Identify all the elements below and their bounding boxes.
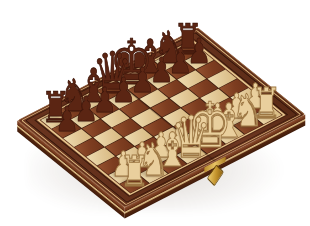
piece-black-pawn: ♟ bbox=[37, 101, 97, 136]
piece-white-rook: ♜ bbox=[105, 150, 165, 192]
pieces-layer: ♜♞♝♛♚♝♞♜♟♟♟♟♟♟♟♟♟♟♟♟♟♟♟♟♜♞♝♛♚♝♞♜ bbox=[0, 0, 310, 226]
chess-set-photo: ♜♞♝♛♚♝♞♜♟♟♟♟♟♟♟♟♟♟♟♟♟♟♟♟♜♞♝♛♚♝♞♜ bbox=[0, 0, 310, 226]
